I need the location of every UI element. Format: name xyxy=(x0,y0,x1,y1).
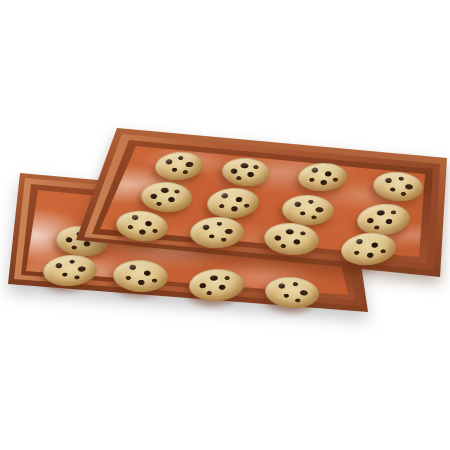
cookie xyxy=(206,186,260,220)
cookie xyxy=(154,150,204,182)
cookie xyxy=(221,156,271,187)
cookie xyxy=(372,169,424,202)
product-image xyxy=(0,0,450,450)
cookie xyxy=(281,194,334,226)
cookie xyxy=(355,201,411,237)
cookie xyxy=(189,216,244,249)
cookie xyxy=(115,208,170,243)
cookie xyxy=(339,230,397,268)
cookie xyxy=(140,181,193,214)
cookie-layer-front-tray xyxy=(0,0,450,450)
cookie xyxy=(262,221,319,257)
cookie xyxy=(297,162,347,193)
